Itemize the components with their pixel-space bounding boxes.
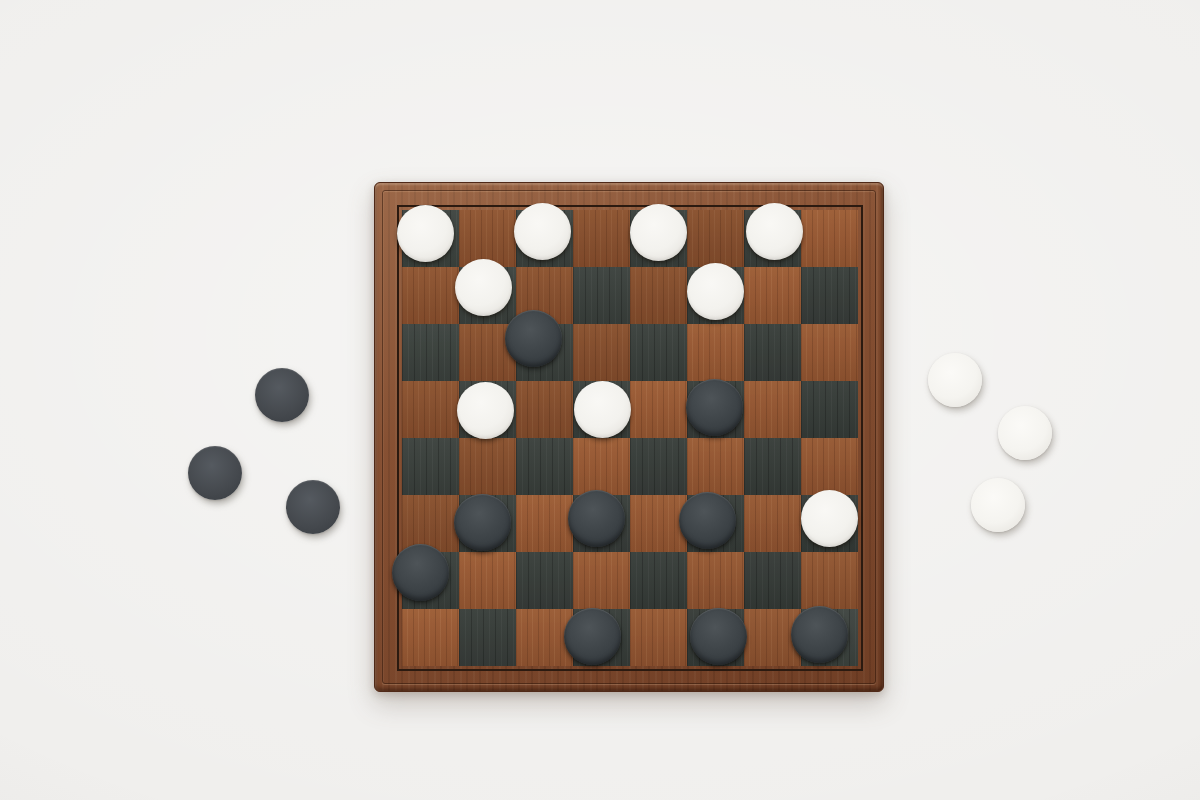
square-r2c7[interactable]: [744, 267, 801, 324]
black-checker[interactable]: [568, 490, 625, 547]
square-r6c7[interactable]: [744, 495, 801, 552]
black-checker[interactable]: [564, 608, 621, 665]
square-r5c6[interactable]: [687, 438, 744, 495]
white-checker-off-board[interactable]: [998, 406, 1052, 460]
white-checker[interactable]: [801, 490, 858, 547]
square-r4c8[interactable]: [801, 381, 858, 438]
black-checker[interactable]: [690, 608, 747, 665]
square-r2c5[interactable]: [630, 267, 687, 324]
square-r7c8[interactable]: [801, 552, 858, 609]
square-r7c6[interactable]: [687, 552, 744, 609]
square-r5c3[interactable]: [516, 438, 573, 495]
square-r5c4[interactable]: [573, 438, 630, 495]
square-r7c2[interactable]: [459, 552, 516, 609]
black-checker-off-board[interactable]: [255, 368, 309, 422]
square-r6c3[interactable]: [516, 495, 573, 552]
black-checker-off-board[interactable]: [286, 480, 340, 534]
black-checker[interactable]: [791, 606, 848, 663]
white-checker[interactable]: [455, 259, 512, 316]
square-r7c7[interactable]: [744, 552, 801, 609]
square-r1c8[interactable]: [801, 210, 858, 267]
black-checker[interactable]: [505, 310, 562, 367]
white-checker[interactable]: [630, 204, 687, 261]
square-r2c8[interactable]: [801, 267, 858, 324]
square-r7c5[interactable]: [630, 552, 687, 609]
square-r5c1[interactable]: [402, 438, 459, 495]
white-checker[interactable]: [514, 203, 571, 260]
square-r2c1[interactable]: [402, 267, 459, 324]
square-r1c6[interactable]: [687, 210, 744, 267]
black-checker[interactable]: [686, 379, 743, 436]
square-r8c2[interactable]: [459, 609, 516, 666]
square-r5c8[interactable]: [801, 438, 858, 495]
square-r8c1[interactable]: [402, 609, 459, 666]
square-r5c2[interactable]: [459, 438, 516, 495]
white-checker-off-board[interactable]: [971, 478, 1025, 532]
square-r1c4[interactable]: [573, 210, 630, 267]
square-r3c8[interactable]: [801, 324, 858, 381]
white-checker[interactable]: [687, 263, 744, 320]
white-checker[interactable]: [397, 205, 454, 262]
white-checker[interactable]: [746, 203, 803, 260]
square-r3c7[interactable]: [744, 324, 801, 381]
scene: [0, 0, 1200, 800]
square-r8c5[interactable]: [630, 609, 687, 666]
square-r4c7[interactable]: [744, 381, 801, 438]
square-r7c4[interactable]: [573, 552, 630, 609]
black-checker-off-board[interactable]: [188, 446, 242, 500]
board-inner-border: [397, 205, 863, 671]
square-r3c1[interactable]: [402, 324, 459, 381]
square-r4c1[interactable]: [402, 381, 459, 438]
square-r4c5[interactable]: [630, 381, 687, 438]
black-checker[interactable]: [679, 492, 736, 549]
black-checker[interactable]: [392, 544, 449, 601]
square-r5c5[interactable]: [630, 438, 687, 495]
white-checker[interactable]: [457, 382, 514, 439]
square-r6c1[interactable]: [402, 495, 459, 552]
square-r3c4[interactable]: [573, 324, 630, 381]
black-checker[interactable]: [454, 494, 511, 551]
white-checker[interactable]: [574, 381, 631, 438]
square-r5c7[interactable]: [744, 438, 801, 495]
white-checker-off-board[interactable]: [928, 353, 982, 407]
square-r2c4[interactable]: [573, 267, 630, 324]
square-r3c6[interactable]: [687, 324, 744, 381]
checkers-board: [374, 182, 884, 692]
square-r7c3[interactable]: [516, 552, 573, 609]
square-r3c5[interactable]: [630, 324, 687, 381]
square-r4c3[interactable]: [516, 381, 573, 438]
